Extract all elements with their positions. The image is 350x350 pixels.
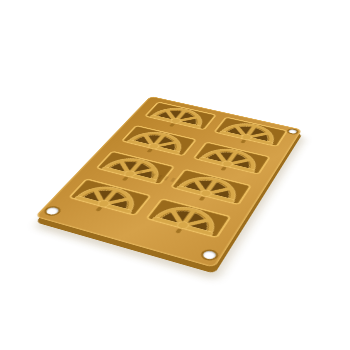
- vent-notch: [95, 207, 102, 212]
- vent-notch: [122, 176, 129, 180]
- vent-notch: [175, 229, 182, 234]
- silicone-mold: [35, 96, 302, 268]
- cavity-grid: [35, 96, 302, 268]
- vent-notch: [240, 140, 246, 144]
- vent-notch: [169, 123, 175, 127]
- vent-notch: [147, 149, 153, 153]
- vent-notch: [199, 196, 206, 201]
- product-photo-scene: [0, 0, 350, 350]
- vent-notch: [221, 166, 227, 170]
